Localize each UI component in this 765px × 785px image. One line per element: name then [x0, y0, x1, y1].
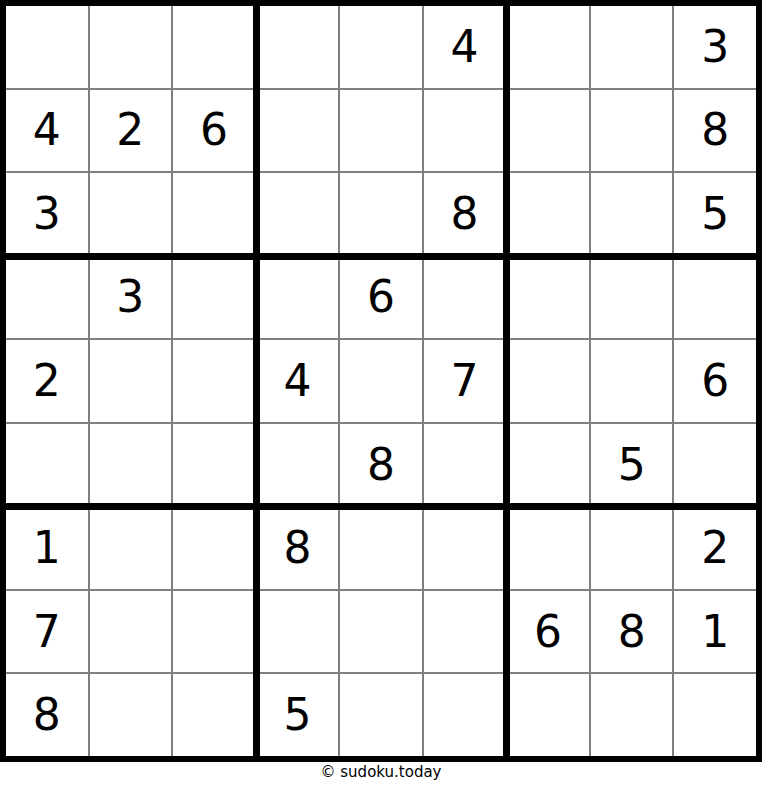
- cell-r4c3[interactable]: [173, 257, 255, 339]
- cell-r7c2[interactable]: [90, 507, 172, 589]
- cell-r2c6[interactable]: [424, 90, 506, 172]
- cell-r1c1[interactable]: [6, 6, 88, 88]
- cell-r2c8[interactable]: [591, 90, 673, 172]
- cell-r9c6[interactable]: [424, 674, 506, 756]
- cell-r9c4[interactable]: 5: [257, 674, 339, 756]
- cell-r8c5[interactable]: [340, 591, 422, 673]
- cell-r3c3[interactable]: [173, 173, 255, 255]
- cell-r7c1[interactable]: 1: [6, 507, 88, 589]
- cell-r6c3[interactable]: [173, 424, 255, 506]
- cell-r1c7[interactable]: [507, 6, 589, 88]
- cell-r1c3[interactable]: [173, 6, 255, 88]
- cell-r5c2[interactable]: [90, 340, 172, 422]
- cell-r2c1[interactable]: 4: [6, 90, 88, 172]
- cell-r3c8[interactable]: [591, 173, 673, 255]
- cell-r2c3[interactable]: 6: [173, 90, 255, 172]
- cell-r3c7[interactable]: [507, 173, 589, 255]
- cell-r5c7[interactable]: [507, 340, 589, 422]
- cell-r8c1[interactable]: 7: [6, 591, 88, 673]
- cell-r4c6[interactable]: [424, 257, 506, 339]
- cell-r4c8[interactable]: [591, 257, 673, 339]
- cell-r9c1[interactable]: 8: [6, 674, 88, 756]
- cell-r6c5[interactable]: 8: [340, 424, 422, 506]
- cell-r2c2[interactable]: 2: [90, 90, 172, 172]
- cell-r8c7[interactable]: 6: [507, 591, 589, 673]
- cell-r4c1[interactable]: [6, 257, 88, 339]
- cell-r7c3[interactable]: [173, 507, 255, 589]
- cell-r1c8[interactable]: [591, 6, 673, 88]
- cell-r9c7[interactable]: [507, 674, 589, 756]
- cell-r5c9[interactable]: 6: [674, 340, 756, 422]
- cell-r6c8[interactable]: 5: [591, 424, 673, 506]
- cell-r5c4[interactable]: 4: [257, 340, 339, 422]
- cell-r2c5[interactable]: [340, 90, 422, 172]
- cell-r6c7[interactable]: [507, 424, 589, 506]
- cell-r8c4[interactable]: [257, 591, 339, 673]
- cell-r4c2[interactable]: 3: [90, 257, 172, 339]
- cell-r4c9[interactable]: [674, 257, 756, 339]
- cell-r9c5[interactable]: [340, 674, 422, 756]
- copyright-caption: © sudoku.today: [0, 763, 762, 781]
- sudoku-page: 43426838536247685182768185 © sudoku.toda…: [0, 0, 765, 785]
- cell-r5c8[interactable]: [591, 340, 673, 422]
- cell-r3c9[interactable]: 5: [674, 173, 756, 255]
- cell-r1c4[interactable]: [257, 6, 339, 88]
- cell-r2c9[interactable]: 8: [674, 90, 756, 172]
- cell-r9c2[interactable]: [90, 674, 172, 756]
- cell-r6c2[interactable]: [90, 424, 172, 506]
- cell-r5c5[interactable]: [340, 340, 422, 422]
- cell-r5c6[interactable]: 7: [424, 340, 506, 422]
- cell-r6c6[interactable]: [424, 424, 506, 506]
- cell-r3c5[interactable]: [340, 173, 422, 255]
- cell-r1c6[interactable]: 4: [424, 6, 506, 88]
- cell-r2c7[interactable]: [507, 90, 589, 172]
- cell-r3c1[interactable]: 3: [6, 173, 88, 255]
- cell-r1c5[interactable]: [340, 6, 422, 88]
- cell-r7c7[interactable]: [507, 507, 589, 589]
- cell-r1c9[interactable]: 3: [674, 6, 756, 88]
- cell-r6c1[interactable]: [6, 424, 88, 506]
- cell-r7c6[interactable]: [424, 507, 506, 589]
- sudoku-board: 43426838536247685182768185: [0, 0, 762, 762]
- cell-r3c4[interactable]: [257, 173, 339, 255]
- cell-r8c3[interactable]: [173, 591, 255, 673]
- cell-r9c8[interactable]: [591, 674, 673, 756]
- cell-grid: 43426838536247685182768185: [6, 6, 756, 756]
- cell-r9c9[interactable]: [674, 674, 756, 756]
- cell-r7c4[interactable]: 8: [257, 507, 339, 589]
- cell-r4c5[interactable]: 6: [340, 257, 422, 339]
- cell-r8c8[interactable]: 8: [591, 591, 673, 673]
- cell-r8c2[interactable]: [90, 591, 172, 673]
- cell-r8c9[interactable]: 1: [674, 591, 756, 673]
- cell-r7c9[interactable]: 2: [674, 507, 756, 589]
- cell-r7c8[interactable]: [591, 507, 673, 589]
- cell-r6c4[interactable]: [257, 424, 339, 506]
- cell-r6c9[interactable]: [674, 424, 756, 506]
- cell-r4c7[interactable]: [507, 257, 589, 339]
- cell-r3c2[interactable]: [90, 173, 172, 255]
- cell-r5c1[interactable]: 2: [6, 340, 88, 422]
- cell-r1c2[interactable]: [90, 6, 172, 88]
- cell-r2c4[interactable]: [257, 90, 339, 172]
- cell-r7c5[interactable]: [340, 507, 422, 589]
- cell-r5c3[interactable]: [173, 340, 255, 422]
- cell-r4c4[interactable]: [257, 257, 339, 339]
- cell-r8c6[interactable]: [424, 591, 506, 673]
- cell-r9c3[interactable]: [173, 674, 255, 756]
- cell-r3c6[interactable]: 8: [424, 173, 506, 255]
